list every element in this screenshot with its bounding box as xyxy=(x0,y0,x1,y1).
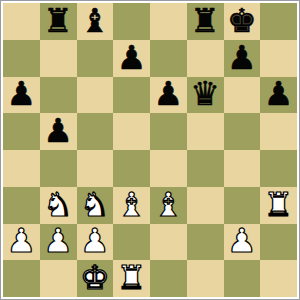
chess-board: ♜♝♜♚♟♟♟♟♛♟♟♞♞♝♝♜♟♟♟♟♚♜ xyxy=(3,3,297,297)
square-h8[interactable] xyxy=(260,3,297,40)
square-e5[interactable] xyxy=(150,113,187,150)
square-h6[interactable]: ♟ xyxy=(260,77,297,114)
square-a1[interactable] xyxy=(3,260,40,297)
square-e3[interactable]: ♝ xyxy=(150,187,187,224)
white-bishop[interactable]: ♝ xyxy=(154,188,184,221)
white-king[interactable]: ♚ xyxy=(80,261,110,294)
square-b1[interactable] xyxy=(40,260,77,297)
square-g8[interactable]: ♚ xyxy=(224,3,261,40)
white-pawn[interactable]: ♟ xyxy=(43,224,73,257)
square-g4[interactable] xyxy=(224,150,261,187)
square-b4[interactable] xyxy=(40,150,77,187)
square-a3[interactable] xyxy=(3,187,40,224)
board-frame: ♜♝♜♚♟♟♟♟♛♟♟♞♞♝♝♜♟♟♟♟♚♜ xyxy=(0,0,300,300)
square-f7[interactable] xyxy=(187,40,224,77)
square-h1[interactable] xyxy=(260,260,297,297)
black-king[interactable]: ♚ xyxy=(227,4,257,37)
square-d3[interactable]: ♝ xyxy=(113,187,150,224)
square-g5[interactable] xyxy=(224,113,261,150)
square-b3[interactable]: ♞ xyxy=(40,187,77,224)
square-c2[interactable]: ♟ xyxy=(77,224,114,261)
square-a7[interactable] xyxy=(3,40,40,77)
square-e8[interactable] xyxy=(150,3,187,40)
white-pawn[interactable]: ♟ xyxy=(227,224,257,257)
black-pawn[interactable]: ♟ xyxy=(7,77,37,110)
square-a2[interactable]: ♟ xyxy=(3,224,40,261)
square-b5[interactable]: ♟ xyxy=(40,113,77,150)
square-h4[interactable] xyxy=(260,150,297,187)
square-g7[interactable]: ♟ xyxy=(224,40,261,77)
white-pawn[interactable]: ♟ xyxy=(7,224,37,257)
square-e4[interactable] xyxy=(150,150,187,187)
square-f4[interactable] xyxy=(187,150,224,187)
square-d5[interactable] xyxy=(113,113,150,150)
square-b2[interactable]: ♟ xyxy=(40,224,77,261)
square-g6[interactable] xyxy=(224,77,261,114)
black-queen[interactable]: ♛ xyxy=(190,77,220,110)
square-b7[interactable] xyxy=(40,40,77,77)
square-d4[interactable] xyxy=(113,150,150,187)
square-g1[interactable] xyxy=(224,260,261,297)
square-f8[interactable]: ♜ xyxy=(187,3,224,40)
black-pawn[interactable]: ♟ xyxy=(154,77,184,110)
square-c7[interactable] xyxy=(77,40,114,77)
square-a4[interactable] xyxy=(3,150,40,187)
white-knight[interactable]: ♞ xyxy=(80,188,110,221)
white-pawn[interactable]: ♟ xyxy=(80,224,110,257)
square-h5[interactable] xyxy=(260,113,297,150)
black-pawn[interactable]: ♟ xyxy=(117,41,147,74)
white-knight[interactable]: ♞ xyxy=(43,188,73,221)
square-b6[interactable] xyxy=(40,77,77,114)
square-a6[interactable]: ♟ xyxy=(3,77,40,114)
square-g2[interactable]: ♟ xyxy=(224,224,261,261)
square-a8[interactable] xyxy=(3,3,40,40)
square-f3[interactable] xyxy=(187,187,224,224)
black-rook[interactable]: ♜ xyxy=(43,4,73,37)
square-e7[interactable] xyxy=(150,40,187,77)
square-c1[interactable]: ♚ xyxy=(77,260,114,297)
square-f5[interactable] xyxy=(187,113,224,150)
black-pawn[interactable]: ♟ xyxy=(227,41,257,74)
square-g3[interactable] xyxy=(224,187,261,224)
square-e1[interactable] xyxy=(150,260,187,297)
square-e6[interactable]: ♟ xyxy=(150,77,187,114)
white-bishop[interactable]: ♝ xyxy=(117,188,147,221)
white-rook[interactable]: ♜ xyxy=(264,188,294,221)
square-e2[interactable] xyxy=(150,224,187,261)
square-c6[interactable] xyxy=(77,77,114,114)
square-c5[interactable] xyxy=(77,113,114,150)
square-c8[interactable]: ♝ xyxy=(77,3,114,40)
square-d2[interactable] xyxy=(113,224,150,261)
square-d6[interactable] xyxy=(113,77,150,114)
square-f6[interactable]: ♛ xyxy=(187,77,224,114)
black-bishop[interactable]: ♝ xyxy=(80,4,110,37)
square-d7[interactable]: ♟ xyxy=(113,40,150,77)
square-h7[interactable] xyxy=(260,40,297,77)
black-pawn[interactable]: ♟ xyxy=(264,77,294,110)
square-d1[interactable]: ♜ xyxy=(113,260,150,297)
square-d8[interactable] xyxy=(113,3,150,40)
square-c3[interactable]: ♞ xyxy=(77,187,114,224)
square-b8[interactable]: ♜ xyxy=(40,3,77,40)
square-h3[interactable]: ♜ xyxy=(260,187,297,224)
square-c4[interactable] xyxy=(77,150,114,187)
white-rook[interactable]: ♜ xyxy=(117,261,147,294)
square-f1[interactable] xyxy=(187,260,224,297)
square-f2[interactable] xyxy=(187,224,224,261)
square-h2[interactable] xyxy=(260,224,297,261)
black-rook[interactable]: ♜ xyxy=(190,4,220,37)
black-pawn[interactable]: ♟ xyxy=(43,114,73,147)
square-a5[interactable] xyxy=(3,113,40,150)
